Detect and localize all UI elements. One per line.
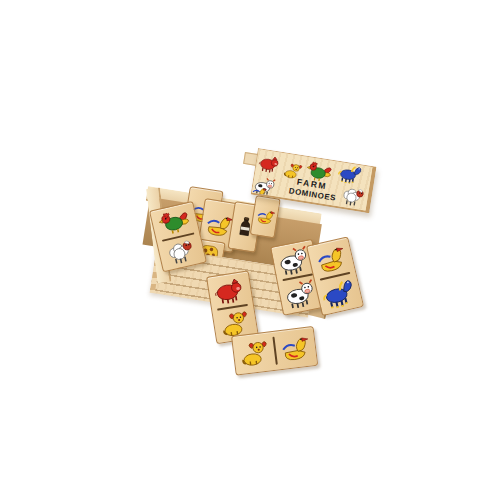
duck-icon (252, 197, 279, 236)
domino-half-duck (275, 329, 315, 367)
product-photo: FARM DOMINOES (0, 0, 500, 500)
played-domino-dog-duck (231, 326, 318, 376)
domino-half-horse (317, 274, 360, 313)
pig-icon (256, 152, 283, 176)
domino-half-pig (209, 274, 250, 308)
sheep-icon (161, 235, 202, 268)
domino-half-dog (234, 334, 274, 372)
dog-icon (236, 335, 274, 371)
duck-icon (276, 330, 314, 366)
horse-icon (319, 275, 359, 311)
pig-icon (211, 275, 250, 307)
lid-animals (259, 149, 373, 167)
